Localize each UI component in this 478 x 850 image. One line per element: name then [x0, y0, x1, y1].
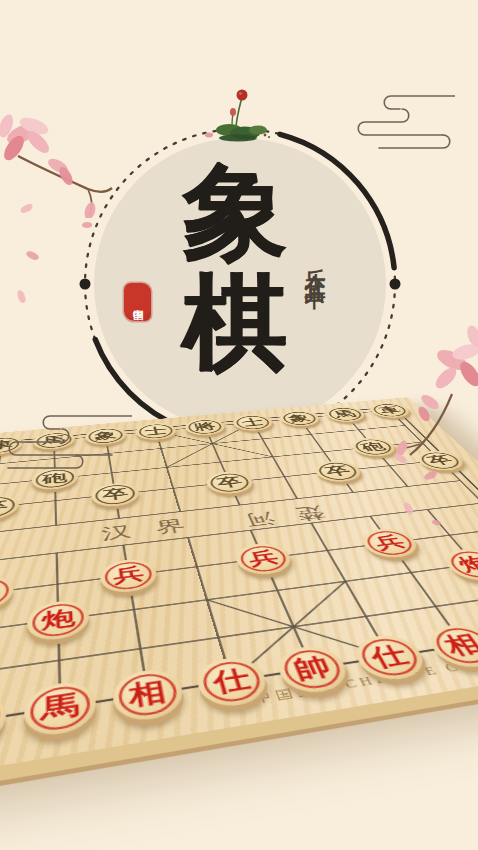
- piece-character: 炮: [454, 554, 478, 574]
- magnolia-branch-icon: [0, 86, 125, 218]
- river-label-han: 汉 界: [101, 516, 196, 544]
- piece-character: 馬: [332, 409, 358, 419]
- lotus-icon: [203, 85, 273, 143]
- magnolia-branch-icon: [390, 322, 478, 472]
- piece-character: 兵: [0, 582, 1, 604]
- piece-character: 馬: [41, 691, 81, 724]
- piece-character: 兵: [371, 534, 408, 552]
- piece-character: 兵: [112, 565, 145, 586]
- piece-character: 兵: [246, 549, 281, 568]
- cloud-scroll-icon: [2, 410, 132, 478]
- piece-character: 卒: [102, 487, 129, 502]
- piece-character: 象: [287, 413, 313, 423]
- piece-character: 相: [127, 679, 168, 711]
- piece-character: 相: [440, 632, 478, 659]
- piece-character: 士: [144, 426, 168, 437]
- xiangqi-poster: 象棋 乐在其中 中国: [0, 0, 478, 850]
- piece-character: 炮: [41, 608, 75, 633]
- piece-character: 士: [240, 417, 265, 427]
- piece-character: 帥: [290, 654, 335, 683]
- falling-petal-icon: [25, 249, 40, 262]
- piece-character: 卒: [0, 499, 8, 515]
- cloud-scroll-icon: [355, 90, 455, 154]
- piece-character: 砲: [359, 441, 388, 453]
- piece-character: 仕: [367, 643, 413, 671]
- piece-character: 卒: [215, 476, 244, 490]
- piece-character: 將: [193, 422, 218, 432]
- piece-character: 仕: [210, 666, 253, 696]
- piece-character: 卒: [323, 465, 354, 478]
